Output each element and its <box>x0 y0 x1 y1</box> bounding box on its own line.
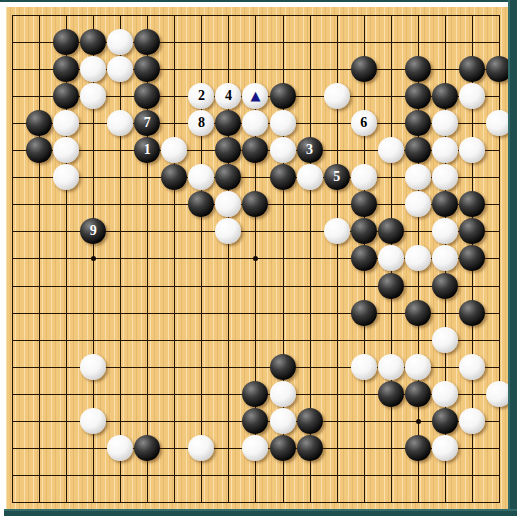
move-number-label: 9 <box>90 224 97 238</box>
black-stone <box>242 137 268 163</box>
move-number-label: 7 <box>144 116 151 130</box>
black-stone <box>270 354 296 380</box>
white-stone <box>432 381 458 407</box>
white-stone <box>324 218 350 244</box>
white-stone <box>378 245 404 271</box>
white-stone <box>432 218 458 244</box>
black-stone <box>242 381 268 407</box>
black-stone <box>134 56 160 82</box>
black-stone: 7 <box>134 110 160 136</box>
white-stone: 8 <box>188 110 214 136</box>
white-stone <box>297 164 323 190</box>
black-stone <box>351 300 377 326</box>
black-stone <box>432 83 458 109</box>
white-stone <box>188 435 214 461</box>
black-stone <box>270 83 296 109</box>
black-stone <box>26 110 52 136</box>
black-stone <box>26 137 52 163</box>
white-stone <box>80 83 106 109</box>
white-stone <box>270 110 296 136</box>
white-stone <box>107 29 133 55</box>
white-stone <box>80 354 106 380</box>
white-stone <box>459 354 485 380</box>
black-stone <box>378 381 404 407</box>
white-stone <box>53 164 79 190</box>
move-number-label: 8 <box>198 116 205 130</box>
white-stone <box>459 83 485 109</box>
move-number-label: 6 <box>360 116 367 130</box>
white-stone <box>459 137 485 163</box>
white-stone <box>242 110 268 136</box>
white-stone <box>80 408 106 434</box>
black-stone <box>459 300 485 326</box>
black-stone <box>459 218 485 244</box>
black-stone <box>134 435 160 461</box>
white-stone <box>107 435 133 461</box>
white-stone <box>432 435 458 461</box>
white-stone <box>188 164 214 190</box>
black-stone: 5 <box>324 164 350 190</box>
white-stone <box>432 327 458 353</box>
black-stone <box>270 164 296 190</box>
black-stone <box>134 29 160 55</box>
black-stone <box>351 245 377 271</box>
black-stone <box>378 273 404 299</box>
white-stone: 2 <box>188 83 214 109</box>
white-stone <box>80 56 106 82</box>
white-stone: 4 <box>215 83 241 109</box>
grid-line-horizontal <box>12 340 500 341</box>
go-diagram-screenshot: 24▲7861359 <box>0 0 517 516</box>
white-stone <box>432 164 458 190</box>
white-stone: ▲ <box>242 83 268 109</box>
black-stone: 9 <box>80 218 106 244</box>
white-stone <box>405 354 431 380</box>
grid-line-vertical <box>499 15 500 503</box>
white-stone <box>161 137 187 163</box>
black-stone <box>405 56 431 82</box>
move-number-label: 3 <box>306 143 313 157</box>
star-point <box>91 256 96 261</box>
star-point <box>253 256 258 261</box>
black-stone <box>215 137 241 163</box>
move-number-label: 2 <box>198 89 205 103</box>
go-board[interactable]: 24▲7861359 <box>6 7 508 509</box>
black-stone <box>459 191 485 217</box>
black-stone <box>459 56 485 82</box>
white-stone <box>215 218 241 244</box>
white-stone <box>107 110 133 136</box>
window-border-top <box>0 0 517 2</box>
white-stone <box>432 137 458 163</box>
white-stone <box>351 164 377 190</box>
black-stone <box>351 191 377 217</box>
black-stone <box>351 56 377 82</box>
black-stone <box>161 164 187 190</box>
black-stone <box>405 137 431 163</box>
white-stone <box>270 408 296 434</box>
white-stone <box>405 191 431 217</box>
black-stone <box>432 191 458 217</box>
white-stone <box>215 191 241 217</box>
black-stone <box>242 408 268 434</box>
black-stone <box>270 435 296 461</box>
grid-line-horizontal <box>12 475 500 476</box>
black-stone <box>215 164 241 190</box>
black-stone <box>297 408 323 434</box>
black-stone <box>405 110 431 136</box>
star-point <box>416 419 421 424</box>
black-stone <box>405 83 431 109</box>
grid-line-horizontal <box>12 502 500 503</box>
white-stone <box>53 137 79 163</box>
white-stone <box>459 408 485 434</box>
white-stone <box>378 137 404 163</box>
black-stone <box>432 408 458 434</box>
move-number-label: 4 <box>225 89 232 103</box>
black-stone <box>53 56 79 82</box>
move-number-label: 1 <box>144 143 151 157</box>
black-stone <box>405 300 431 326</box>
black-stone: 1 <box>134 137 160 163</box>
black-stone <box>405 435 431 461</box>
black-stone <box>188 191 214 217</box>
black-stone <box>432 273 458 299</box>
grid-line-horizontal <box>12 286 500 287</box>
white-stone <box>324 83 350 109</box>
white-stone <box>242 435 268 461</box>
white-stone <box>270 381 296 407</box>
white-stone <box>351 354 377 380</box>
black-stone <box>215 110 241 136</box>
window-border-bottom <box>4 509 517 516</box>
window-border-right <box>508 0 517 516</box>
white-stone <box>432 245 458 271</box>
black-stone <box>53 29 79 55</box>
white-stone <box>107 56 133 82</box>
white-stone <box>378 354 404 380</box>
black-stone <box>134 83 160 109</box>
black-stone <box>80 29 106 55</box>
white-stone <box>53 110 79 136</box>
triangle-marker: ▲ <box>250 89 260 102</box>
black-stone <box>242 191 268 217</box>
white-stone <box>405 164 431 190</box>
white-stone <box>432 110 458 136</box>
black-stone <box>378 218 404 244</box>
white-stone <box>405 245 431 271</box>
move-number-label: 5 <box>333 170 340 184</box>
black-stone <box>53 83 79 109</box>
black-stone <box>405 381 431 407</box>
white-stone: 6 <box>351 110 377 136</box>
black-stone <box>351 218 377 244</box>
black-stone <box>459 245 485 271</box>
black-stone <box>297 435 323 461</box>
white-stone <box>270 137 296 163</box>
black-stone: 3 <box>297 137 323 163</box>
